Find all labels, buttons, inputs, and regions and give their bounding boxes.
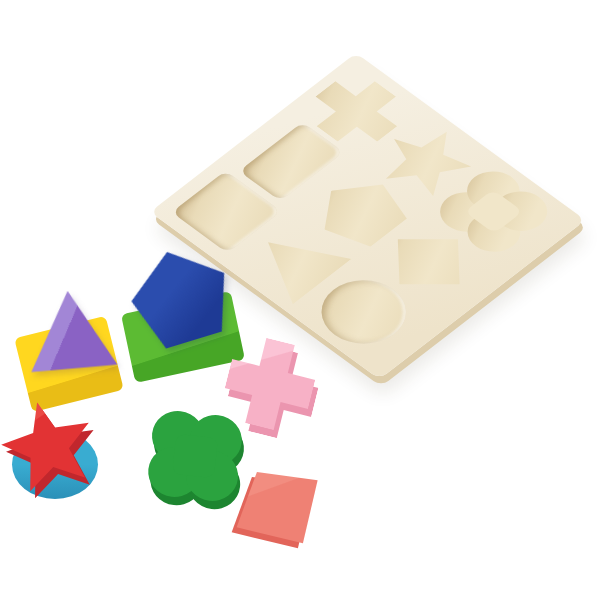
piece-top-face bbox=[233, 466, 325, 550]
piece-salmon-diamond[interactable] bbox=[233, 466, 325, 550]
piece-green-flower[interactable] bbox=[146, 409, 244, 504]
product-photo-stage bbox=[0, 0, 600, 600]
piece-face bbox=[23, 285, 120, 375]
piece-purple-triangle[interactable] bbox=[23, 285, 120, 375]
piece-top-face bbox=[146, 409, 244, 504]
